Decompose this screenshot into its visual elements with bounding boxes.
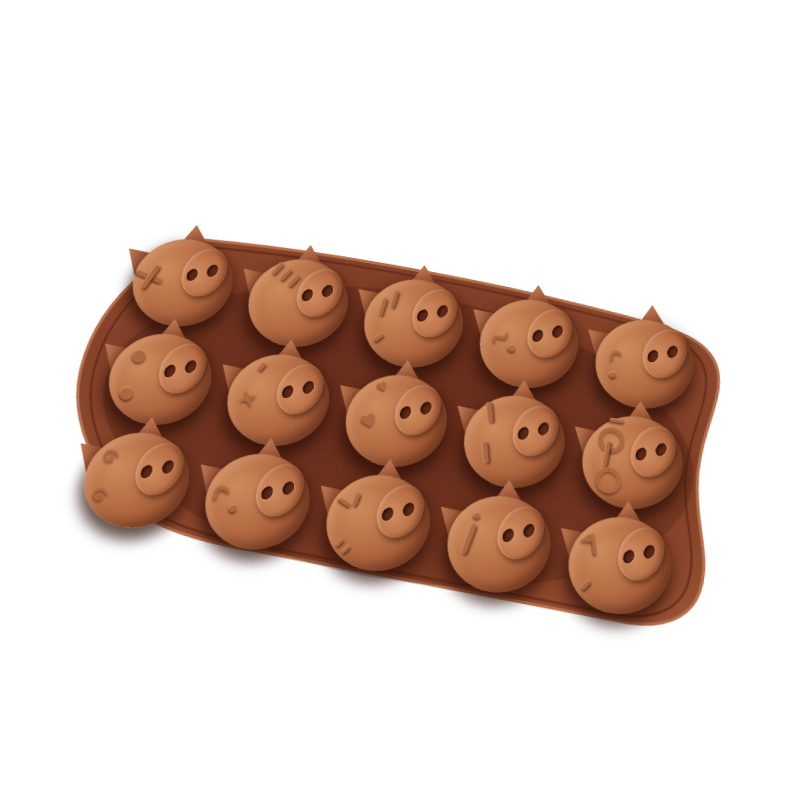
- pig-face: [73, 421, 200, 542]
- pig-nostril: [380, 506, 396, 523]
- pig-face: [216, 343, 341, 459]
- pig-nostril: [500, 527, 516, 544]
- pig-nostril: [665, 344, 680, 360]
- pig-grid: [64, 226, 708, 631]
- pig-cavity-r3c3: [312, 460, 447, 589]
- pig-face: [194, 442, 322, 563]
- pig-face: [569, 404, 697, 521]
- chocolate-mold: [27, 209, 745, 660]
- pig-nostril: [401, 501, 417, 518]
- pig-face: [434, 484, 564, 607]
- pig-nostril: [162, 363, 178, 379]
- pig-nostril: [259, 485, 275, 502]
- pig-nostril: [646, 348, 661, 364]
- pig-nostril: [138, 463, 155, 480]
- pig-nostril: [280, 480, 296, 497]
- pig-face: [467, 288, 591, 400]
- pig-cavity-r3c1: [71, 418, 204, 546]
- pig-nostril: [521, 522, 537, 539]
- pig-nostril: [536, 421, 551, 438]
- pig-nostril: [280, 384, 296, 400]
- pig-nostril: [654, 441, 669, 458]
- product-photo-scene: [0, 0, 800, 800]
- pig-nostril: [633, 446, 648, 463]
- pig-nostril: [320, 283, 336, 299]
- pig-face: [314, 463, 443, 585]
- pig-nostril: [550, 323, 565, 339]
- pig-nostril: [415, 307, 430, 323]
- pig-face: [237, 248, 360, 358]
- pig-face: [555, 505, 686, 628]
- pig-nostril: [641, 543, 657, 560]
- pig-nostril: [184, 267, 200, 283]
- pig-face: [352, 268, 475, 379]
- pig-cavity-r3c4: [432, 481, 568, 611]
- pig-nostril: [300, 287, 316, 303]
- pig-face: [582, 308, 707, 420]
- pig-nostril: [621, 548, 637, 565]
- pig-nostril: [183, 359, 199, 375]
- pig-nostril: [398, 404, 414, 421]
- pig-nostril: [530, 328, 545, 344]
- pig-face: [334, 363, 460, 479]
- pig-nostril: [516, 425, 532, 442]
- pig-nostril: [435, 303, 450, 319]
- pig-cavity-r3c2: [191, 439, 325, 567]
- pig-nostril: [205, 263, 221, 279]
- pig-nostril: [160, 459, 177, 476]
- pig-face: [98, 322, 222, 437]
- pig-face: [451, 384, 578, 501]
- pig-nostril: [300, 379, 316, 395]
- pig-nostril: [418, 400, 434, 416]
- pig-face: [122, 228, 244, 338]
